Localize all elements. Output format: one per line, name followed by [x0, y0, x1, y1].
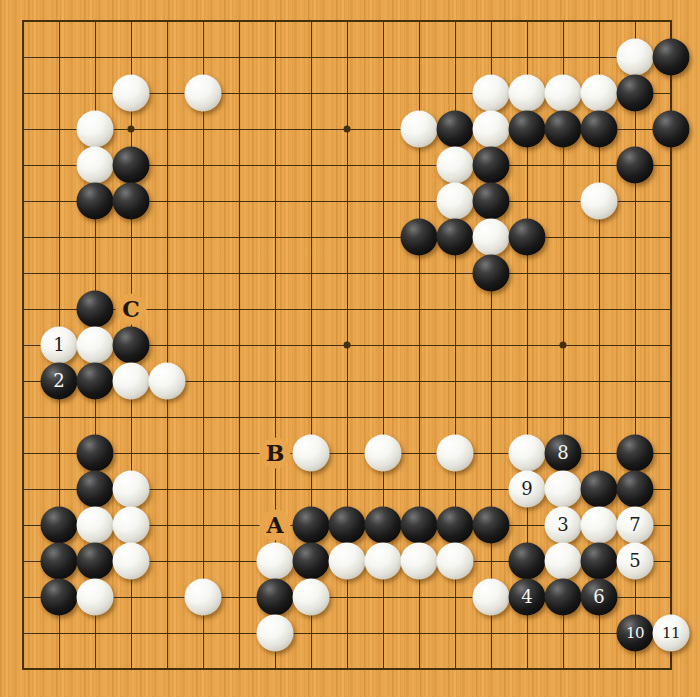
black-stone: [365, 507, 402, 544]
black-stone: [473, 507, 510, 544]
black-stone: [473, 147, 510, 184]
white-stone: [581, 75, 618, 112]
white-stone: [77, 111, 114, 148]
star-point: [560, 342, 567, 349]
white-stone: [293, 579, 330, 616]
move-number-6: 6: [593, 588, 604, 606]
black-stone: [473, 183, 510, 220]
move-number-1: 1: [53, 336, 64, 354]
white-stone: [77, 579, 114, 616]
white-stone: [329, 543, 366, 580]
black-stone: [473, 255, 510, 292]
white-stone: [581, 183, 618, 220]
grid-hline: [22, 417, 672, 418]
white-stone: [77, 327, 114, 364]
white-stone: [473, 579, 510, 616]
move-number-10: 10: [626, 626, 644, 641]
black-stone: [509, 543, 546, 580]
white-stone: [473, 219, 510, 256]
move-number-7: 7: [629, 516, 640, 534]
white-stone: [113, 507, 150, 544]
move-number-2: 2: [53, 372, 64, 390]
black-stone: [437, 219, 474, 256]
grid-hline: [22, 668, 672, 670]
letter-mark-c: C: [122, 298, 140, 320]
black-stone: [545, 111, 582, 148]
black-stone: [41, 579, 78, 616]
black-stone: [437, 111, 474, 148]
white-stone: [545, 75, 582, 112]
black-stone: [77, 471, 114, 508]
move-number-4: 4: [521, 588, 532, 606]
white-stone: [185, 75, 222, 112]
white-stone: [437, 183, 474, 220]
white-stone: [113, 75, 150, 112]
grid-hline: [22, 633, 672, 634]
black-stone: [41, 543, 78, 580]
white-stone: [113, 363, 150, 400]
black-stone: [581, 543, 618, 580]
white-stone: [545, 471, 582, 508]
star-point: [344, 342, 351, 349]
black-stone: [401, 219, 438, 256]
white-stone: [437, 147, 474, 184]
black-stone: [77, 435, 114, 472]
move-number-8: 8: [557, 444, 568, 462]
black-stone: [113, 183, 150, 220]
white-stone: [437, 435, 474, 472]
black-stone: [77, 291, 114, 328]
black-stone: [113, 327, 150, 364]
black-stone: [293, 507, 330, 544]
move-number-9: 9: [521, 480, 532, 498]
white-stone: [77, 507, 114, 544]
star-point: [344, 126, 351, 133]
go-board[interactable]: ABC 1234567891011: [0, 0, 700, 697]
black-stone: [113, 147, 150, 184]
black-stone: [509, 111, 546, 148]
black-stone: [653, 39, 690, 76]
white-stone: [545, 543, 582, 580]
letter-mark-b: B: [266, 442, 285, 464]
white-stone: [401, 111, 438, 148]
white-stone: [473, 111, 510, 148]
black-stone: [329, 507, 366, 544]
white-stone: [509, 75, 546, 112]
black-stone: [77, 543, 114, 580]
black-stone: [437, 507, 474, 544]
white-stone: [617, 39, 654, 76]
black-stone: [581, 471, 618, 508]
white-stone: [473, 75, 510, 112]
black-stone: [257, 579, 294, 616]
white-stone: [293, 435, 330, 472]
black-stone: [293, 543, 330, 580]
white-stone: [509, 435, 546, 472]
black-stone: [653, 111, 690, 148]
black-stone: [581, 111, 618, 148]
move-number-5: 5: [629, 552, 640, 570]
black-stone: [401, 507, 438, 544]
black-stone: [617, 471, 654, 508]
black-stone: [545, 579, 582, 616]
black-stone: [617, 435, 654, 472]
move-number-11: 11: [662, 626, 680, 641]
black-stone: [617, 147, 654, 184]
black-stone: [41, 507, 78, 544]
white-stone: [113, 543, 150, 580]
white-stone: [437, 543, 474, 580]
white-stone: [77, 147, 114, 184]
move-number-3: 3: [557, 516, 568, 534]
white-stone: [257, 615, 294, 652]
letter-mark-a: A: [266, 514, 283, 536]
white-stone: [581, 507, 618, 544]
white-stone: [185, 579, 222, 616]
white-stone: [257, 543, 294, 580]
black-stone: [77, 183, 114, 220]
white-stone: [149, 363, 186, 400]
black-stone: [617, 75, 654, 112]
star-point: [128, 126, 135, 133]
white-stone: [365, 543, 402, 580]
black-stone: [77, 363, 114, 400]
black-stone: [509, 219, 546, 256]
white-stone: [113, 471, 150, 508]
white-stone: [365, 435, 402, 472]
white-stone: [401, 543, 438, 580]
